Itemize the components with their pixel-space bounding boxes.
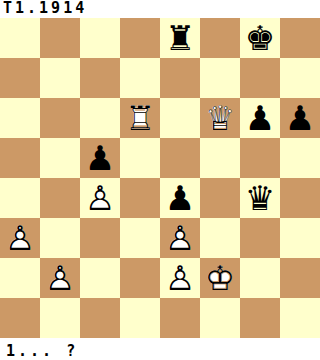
piece-white-king-icon: ♚♔ [200,258,240,298]
piece-black-pawn-icon: ♟ [280,98,320,138]
square-h4[interactable] [280,178,320,218]
square-a1[interactable] [0,298,40,338]
square-a8[interactable] [0,18,40,58]
square-b6[interactable] [40,98,80,138]
square-g2[interactable] [240,258,280,298]
piece-white-rook-icon: ♜♖ [120,98,160,138]
square-h1[interactable] [280,298,320,338]
square-d6[interactable]: ♜♖ [120,98,160,138]
square-c6[interactable] [80,98,120,138]
piece-black-rook-icon: ♜ [160,18,200,58]
square-g5[interactable] [240,138,280,178]
square-g1[interactable] [240,298,280,338]
square-h2[interactable] [280,258,320,298]
move-prompt-label: 1... ? [0,338,320,360]
square-e4[interactable]: ♟ [160,178,200,218]
piece-white-pawn-icon: ♟♙ [160,218,200,258]
square-h8[interactable] [280,18,320,58]
square-h3[interactable] [280,218,320,258]
square-g7[interactable] [240,58,280,98]
square-d3[interactable] [120,218,160,258]
square-f4[interactable] [200,178,240,218]
square-f8[interactable] [200,18,240,58]
square-a7[interactable] [0,58,40,98]
square-f7[interactable] [200,58,240,98]
square-h6[interactable]: ♟ [280,98,320,138]
square-d4[interactable] [120,178,160,218]
square-b3[interactable] [40,218,80,258]
piece-white-pawn-icon: ♟♙ [160,258,200,298]
square-g3[interactable] [240,218,280,258]
square-b5[interactable] [40,138,80,178]
piece-black-queen-icon: ♛ [240,178,280,218]
square-c4[interactable]: ♟♙ [80,178,120,218]
square-e2[interactable]: ♟♙ [160,258,200,298]
square-a4[interactable] [0,178,40,218]
puzzle-id-label: T1.1914 [0,0,320,18]
square-e8[interactable]: ♜ [160,18,200,58]
square-h7[interactable] [280,58,320,98]
square-c1[interactable] [80,298,120,338]
piece-white-queen-icon: ♛♕ [200,98,240,138]
square-a5[interactable] [0,138,40,178]
piece-white-pawn-icon: ♟♙ [0,218,40,258]
square-g4[interactable]: ♛ [240,178,280,218]
square-b1[interactable] [40,298,80,338]
square-d7[interactable] [120,58,160,98]
square-c8[interactable] [80,18,120,58]
square-b4[interactable] [40,178,80,218]
square-f5[interactable] [200,138,240,178]
square-a6[interactable] [0,98,40,138]
piece-black-pawn-icon: ♟ [80,138,120,178]
square-d5[interactable] [120,138,160,178]
square-f1[interactable] [200,298,240,338]
piece-white-pawn-icon: ♟♙ [40,258,80,298]
piece-black-king-icon: ♚ [240,18,280,58]
square-e1[interactable] [160,298,200,338]
chess-board: ♜♚♜♖♛♕♟♟♟♟♙♟♛♟♙♟♙♟♙♟♙♚♔ [0,18,320,338]
square-g8[interactable]: ♚ [240,18,280,58]
square-e6[interactable] [160,98,200,138]
square-b8[interactable] [40,18,80,58]
piece-black-pawn-icon: ♟ [160,178,200,218]
square-f2[interactable]: ♚♔ [200,258,240,298]
square-d1[interactable] [120,298,160,338]
square-e7[interactable] [160,58,200,98]
square-f6[interactable]: ♛♕ [200,98,240,138]
square-a2[interactable] [0,258,40,298]
square-a3[interactable]: ♟♙ [0,218,40,258]
square-f3[interactable] [200,218,240,258]
piece-black-pawn-icon: ♟ [240,98,280,138]
square-e3[interactable]: ♟♙ [160,218,200,258]
square-b7[interactable] [40,58,80,98]
square-c2[interactable] [80,258,120,298]
square-c7[interactable] [80,58,120,98]
square-d2[interactable] [120,258,160,298]
square-b2[interactable]: ♟♙ [40,258,80,298]
square-e5[interactable] [160,138,200,178]
square-h5[interactable] [280,138,320,178]
piece-white-pawn-icon: ♟♙ [80,178,120,218]
square-d8[interactable] [120,18,160,58]
square-c5[interactable]: ♟ [80,138,120,178]
square-g6[interactable]: ♟ [240,98,280,138]
square-c3[interactable] [80,218,120,258]
